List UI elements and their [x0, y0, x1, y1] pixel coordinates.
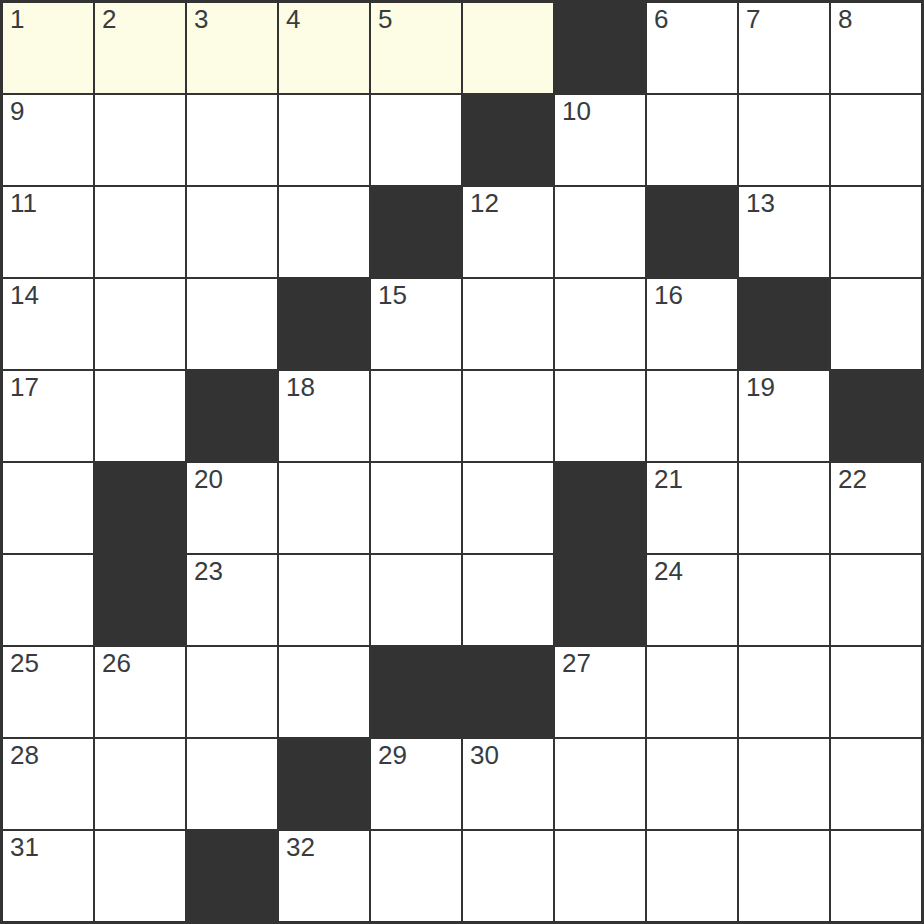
- cell-r6c10[interactable]: 22: [831, 463, 921, 553]
- block-cell-r6c7: [555, 463, 645, 553]
- cell-r4c10[interactable]: [831, 279, 921, 369]
- cell-r6c1[interactable]: [3, 463, 93, 553]
- cell-r3c6[interactable]: 12: [463, 187, 553, 277]
- cell-r8c3[interactable]: [187, 647, 277, 737]
- cell-r1c2[interactable]: 2: [95, 3, 185, 93]
- cell-r10c5[interactable]: [371, 831, 461, 921]
- clue-number-24: 24: [654, 557, 683, 586]
- block-cell-r1c7: [555, 3, 645, 93]
- cell-r6c9[interactable]: [739, 463, 829, 553]
- block-cell-r5c10: [831, 371, 921, 461]
- clue-number-16: 16: [654, 281, 683, 310]
- cell-r2c2[interactable]: [95, 95, 185, 185]
- block-cell-r2c6: [463, 95, 553, 185]
- clue-number-20: 20: [194, 465, 223, 494]
- cell-r2c7[interactable]: 10: [555, 95, 645, 185]
- clue-number-31: 31: [10, 833, 39, 862]
- block-cell-r8c6: [463, 647, 553, 737]
- cell-r10c7[interactable]: [555, 831, 645, 921]
- clue-number-15: 15: [378, 281, 407, 310]
- block-cell-r7c7: [555, 555, 645, 645]
- clue-number-14: 14: [10, 281, 39, 310]
- clue-number-10: 10: [562, 97, 591, 126]
- cell-r8c10[interactable]: [831, 647, 921, 737]
- block-cell-r3c8: [647, 187, 737, 277]
- cell-r1c1[interactable]: 1: [3, 3, 93, 93]
- cell-r7c9[interactable]: [739, 555, 829, 645]
- clue-number-22: 22: [838, 465, 867, 494]
- block-cell-r4c4: [279, 279, 369, 369]
- cell-r1c8[interactable]: 6: [647, 3, 737, 93]
- cell-r7c1[interactable]: [3, 555, 93, 645]
- clue-number-23: 23: [194, 557, 223, 586]
- cell-r5c7[interactable]: [555, 371, 645, 461]
- crossword-grid: 1234567891011121314151617181920212223242…: [0, 0, 924, 924]
- cell-r7c5[interactable]: [371, 555, 461, 645]
- block-cell-r5c3: [187, 371, 277, 461]
- cell-r2c1[interactable]: 9: [3, 95, 93, 185]
- cell-r9c9[interactable]: [739, 739, 829, 829]
- cell-r8c9[interactable]: [739, 647, 829, 737]
- clue-number-8: 8: [838, 5, 852, 34]
- cell-r9c8[interactable]: [647, 739, 737, 829]
- cell-r2c4[interactable]: [279, 95, 369, 185]
- cell-r6c4[interactable]: [279, 463, 369, 553]
- cell-r2c9[interactable]: [739, 95, 829, 185]
- cell-r6c8[interactable]: 21: [647, 463, 737, 553]
- cell-r9c7[interactable]: [555, 739, 645, 829]
- block-cell-r7c2: [95, 555, 185, 645]
- cell-r1c5[interactable]: 5: [371, 3, 461, 93]
- clue-number-17: 17: [10, 373, 39, 402]
- block-cell-r4c9: [739, 279, 829, 369]
- cell-r4c7[interactable]: [555, 279, 645, 369]
- block-cell-r10c3: [187, 831, 277, 921]
- cell-r1c9[interactable]: 7: [739, 3, 829, 93]
- clue-number-30: 30: [470, 741, 499, 770]
- cell-r5c4[interactable]: 18: [279, 371, 369, 461]
- clue-number-19: 19: [746, 373, 775, 402]
- cell-r3c10[interactable]: [831, 187, 921, 277]
- cell-r3c3[interactable]: [187, 187, 277, 277]
- clue-number-1: 1: [10, 5, 24, 34]
- clue-number-28: 28: [10, 741, 39, 770]
- cell-r10c6[interactable]: [463, 831, 553, 921]
- clue-number-27: 27: [562, 649, 591, 678]
- cell-r4c6[interactable]: [463, 279, 553, 369]
- clue-number-13: 13: [746, 189, 775, 218]
- cell-r4c3[interactable]: [187, 279, 277, 369]
- cell-r2c5[interactable]: [371, 95, 461, 185]
- clue-number-11: 11: [10, 189, 37, 218]
- cell-r3c2[interactable]: [95, 187, 185, 277]
- cell-r10c2[interactable]: [95, 831, 185, 921]
- cell-r7c3[interactable]: 23: [187, 555, 277, 645]
- cell-r5c1[interactable]: 17: [3, 371, 93, 461]
- cell-r5c6[interactable]: [463, 371, 553, 461]
- cell-r10c9[interactable]: [739, 831, 829, 921]
- cell-r9c2[interactable]: [95, 739, 185, 829]
- cell-r1c6[interactable]: [463, 3, 553, 93]
- clue-number-29: 29: [378, 741, 407, 770]
- cell-r5c8[interactable]: [647, 371, 737, 461]
- cell-r7c6[interactable]: [463, 555, 553, 645]
- clue-number-25: 25: [10, 649, 39, 678]
- cell-r10c8[interactable]: [647, 831, 737, 921]
- clue-number-21: 21: [654, 465, 683, 494]
- cell-r6c3[interactable]: 20: [187, 463, 277, 553]
- clue-number-7: 7: [746, 5, 760, 34]
- clue-number-6: 6: [654, 5, 668, 34]
- cell-r4c1[interactable]: 14: [3, 279, 93, 369]
- cell-r9c1[interactable]: 28: [3, 739, 93, 829]
- block-cell-r6c2: [95, 463, 185, 553]
- cell-r4c2[interactable]: [95, 279, 185, 369]
- cell-r3c4[interactable]: [279, 187, 369, 277]
- cell-r5c9[interactable]: 19: [739, 371, 829, 461]
- cell-r1c3[interactable]: 3: [187, 3, 277, 93]
- cell-r5c2[interactable]: [95, 371, 185, 461]
- clue-number-9: 9: [10, 97, 24, 126]
- clue-number-12: 12: [470, 189, 499, 218]
- cell-r3c1[interactable]: 11: [3, 187, 93, 277]
- cell-r6c6[interactable]: [463, 463, 553, 553]
- cell-r2c3[interactable]: [187, 95, 277, 185]
- cell-r10c4[interactable]: 32: [279, 831, 369, 921]
- cell-r1c4[interactable]: 4: [279, 3, 369, 93]
- cell-r8c1[interactable]: 25: [3, 647, 93, 737]
- block-cell-r8c5: [371, 647, 461, 737]
- cell-r9c10[interactable]: [831, 739, 921, 829]
- cell-r4c8[interactable]: 16: [647, 279, 737, 369]
- clue-number-3: 3: [194, 5, 208, 34]
- cell-r8c2[interactable]: 26: [95, 647, 185, 737]
- cell-r8c4[interactable]: [279, 647, 369, 737]
- clue-number-32: 32: [286, 833, 315, 862]
- cell-r7c10[interactable]: [831, 555, 921, 645]
- clue-number-4: 4: [286, 5, 300, 34]
- cell-r7c4[interactable]: [279, 555, 369, 645]
- clue-number-18: 18: [286, 373, 315, 402]
- cell-r2c10[interactable]: [831, 95, 921, 185]
- cell-r5c5[interactable]: [371, 371, 461, 461]
- cell-r2c8[interactable]: [647, 95, 737, 185]
- cell-r8c8[interactable]: [647, 647, 737, 737]
- cell-r10c10[interactable]: [831, 831, 921, 921]
- cell-r9c3[interactable]: [187, 739, 277, 829]
- block-cell-r9c4: [279, 739, 369, 829]
- cell-r10c1[interactable]: 31: [3, 831, 93, 921]
- cell-r9c5[interactable]: 29: [371, 739, 461, 829]
- cell-r6c5[interactable]: [371, 463, 461, 553]
- cell-r3c9[interactable]: 13: [739, 187, 829, 277]
- cell-r8c7[interactable]: 27: [555, 647, 645, 737]
- clue-number-2: 2: [102, 5, 116, 34]
- cell-r4c5[interactable]: 15: [371, 279, 461, 369]
- cell-r9c6[interactable]: 30: [463, 739, 553, 829]
- cell-r1c10[interactable]: 8: [831, 3, 921, 93]
- clue-number-26: 26: [102, 649, 131, 678]
- clue-number-5: 5: [378, 5, 392, 34]
- block-cell-r3c5: [371, 187, 461, 277]
- cell-r7c8[interactable]: 24: [647, 555, 737, 645]
- cell-r3c7[interactable]: [555, 187, 645, 277]
